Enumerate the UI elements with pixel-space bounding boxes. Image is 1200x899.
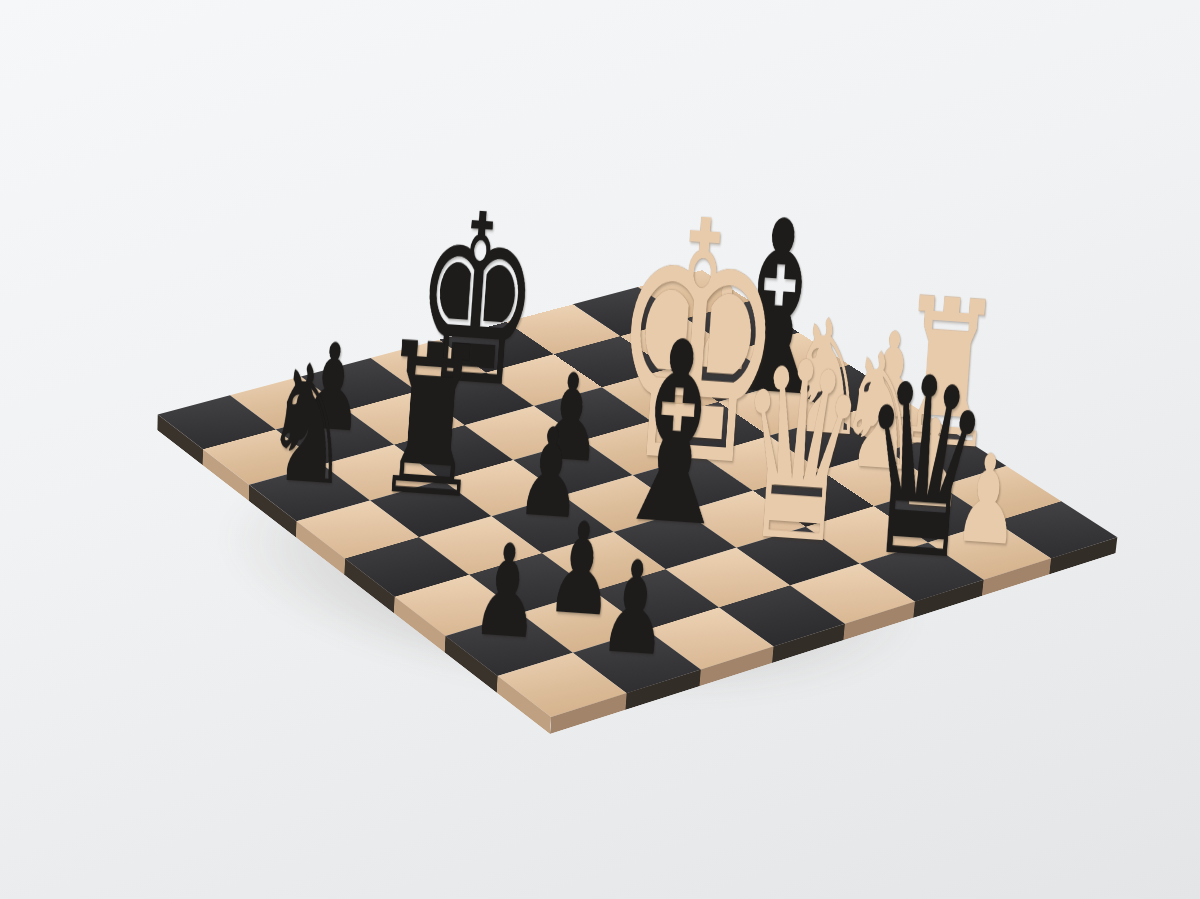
chess-board: ♟♜♟♝♞♞♟♟♛♚♛♚♟♝♟♟♜♟♟♞♟	[158, 270, 1118, 717]
piece-black-knight-c1[interactable]: ♞	[262, 354, 356, 498]
studio-backdrop: ♟♜♟♝♞♞♟♟♛♚♛♚♟♝♟♟♜♟♟♞♟	[0, 0, 1200, 899]
piece-white-queen-g5[interactable]: ♛	[728, 344, 870, 562]
piece-black-rook-d2[interactable]: ♜	[371, 329, 492, 513]
piece-black-pawn-h2[interactable]: ♟	[598, 552, 672, 665]
board-scene: ♟♜♟♝♞♞♟♟♛♚♛♚♟♝♟♟♜♟♟♞♟	[0, 0, 1200, 899]
piece-black-pawn-g1[interactable]: ♟	[470, 535, 544, 648]
piece-black-queen-h6[interactable]: ♛	[852, 360, 995, 578]
piece-black-bishop-f4[interactable]: ♝	[604, 325, 749, 547]
square-d2[interactable]: ♜	[370, 480, 491, 537]
board-grid: ♟♜♟♝♞♞♟♟♛♚♛♚♟♝♟♟♜♟♟♞♟	[158, 270, 1118, 717]
